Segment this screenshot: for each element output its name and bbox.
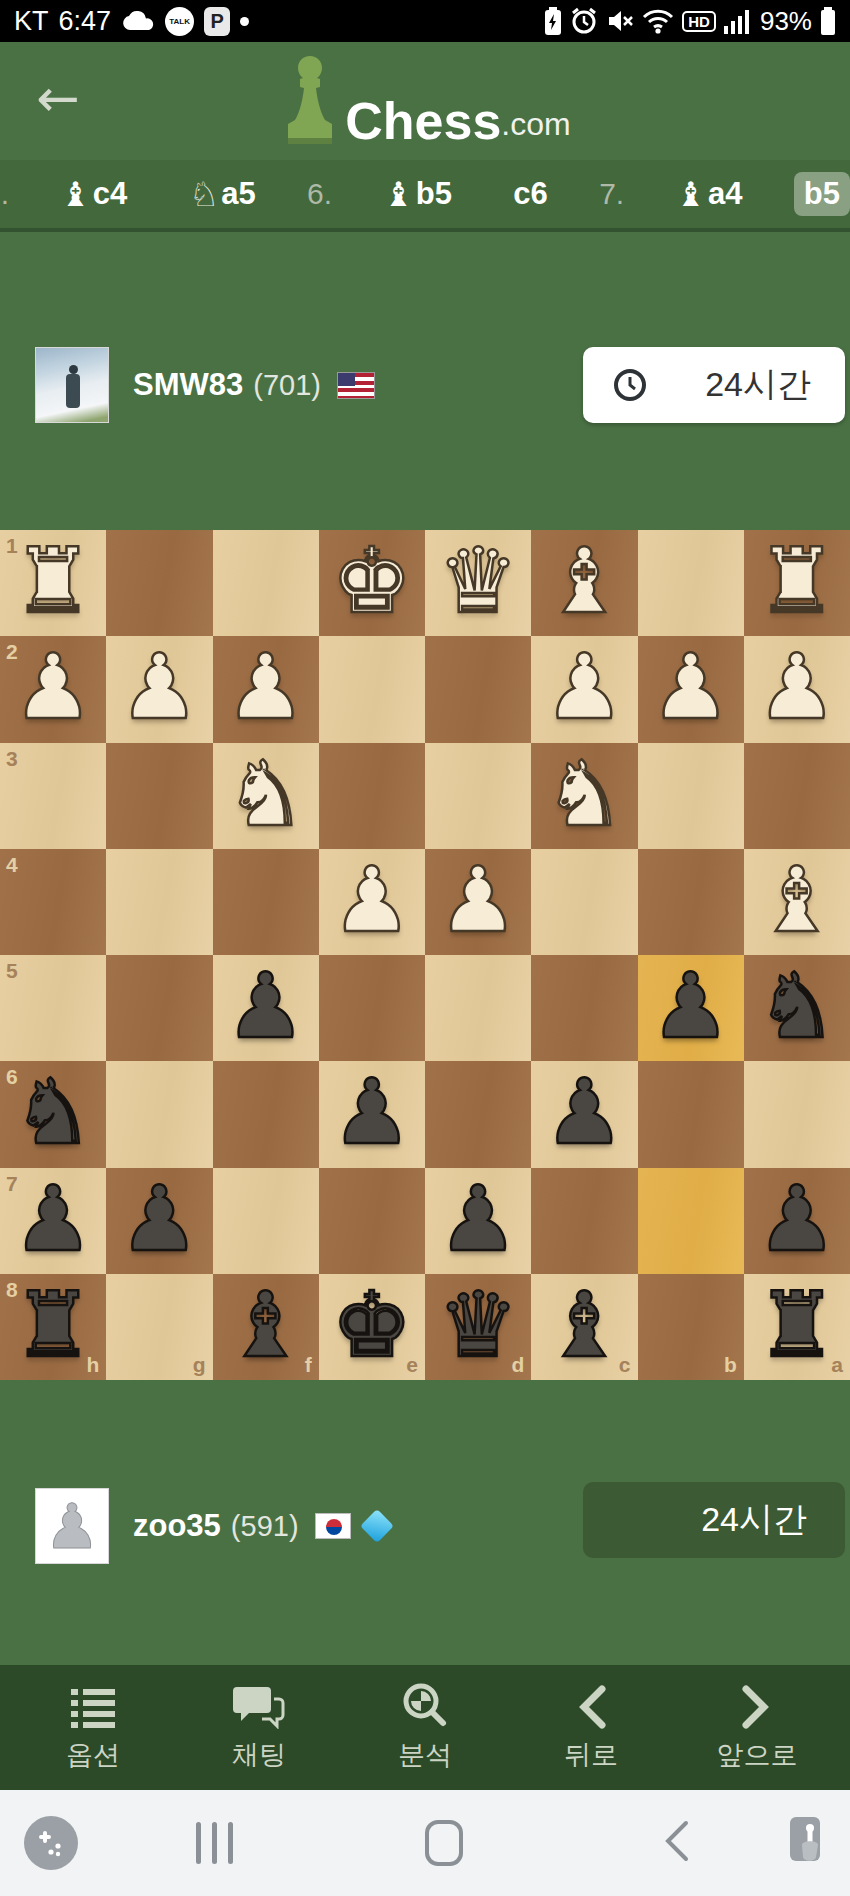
white-pawn-piece[interactable]: ♟	[650, 642, 731, 732]
options-button[interactable]: 옵션	[23, 1683, 163, 1773]
square-h3[interactable]: 3	[0, 743, 106, 849]
battery-icon	[820, 7, 836, 35]
top-player-timer: 24시간	[583, 347, 845, 423]
square-c6[interactable]: ♟	[531, 1061, 637, 1167]
square-b2[interactable]: ♟	[638, 636, 744, 742]
bottom-player-name[interactable]: zoo35	[133, 1508, 221, 1544]
white-bishop-piece[interactable]: ♝	[544, 536, 625, 626]
black-pawn-piece[interactable]: ♟	[544, 1067, 625, 1157]
square-g5[interactable]	[106, 955, 212, 1061]
game-toolbar: 옵션 채팅 분석 뒤로 앞으로	[0, 1665, 850, 1790]
white-king-piece[interactable]: ♚	[332, 536, 413, 626]
square-e3[interactable]	[319, 743, 425, 849]
white-knight-piece[interactable]: ♞	[225, 749, 306, 839]
file-label: g	[193, 1353, 206, 1377]
square-a1[interactable]: ♜	[744, 530, 850, 636]
black-king-piece[interactable]: ♚	[332, 1280, 413, 1370]
black-knight-piece[interactable]: ♞	[757, 961, 838, 1051]
square-c7[interactable]	[531, 1168, 637, 1274]
square-h8[interactable]: 8h♜	[0, 1274, 106, 1380]
square-h2[interactable]: 2♟	[0, 636, 106, 742]
rank-label: 4	[6, 853, 18, 877]
square-h4[interactable]: 4	[0, 849, 106, 955]
logo-suffix: .com	[501, 106, 570, 146]
square-a3[interactable]	[744, 743, 850, 849]
square-h6[interactable]: 6♞	[0, 1061, 106, 1167]
us-flag-icon	[337, 372, 375, 399]
p-app-icon: P	[204, 7, 230, 36]
square-g3[interactable]	[106, 743, 212, 849]
square-d8[interactable]: d♛	[425, 1274, 531, 1380]
bottom-player-rating: (591)	[231, 1510, 299, 1543]
chat-icon	[233, 1683, 285, 1729]
bottom-player-avatar[interactable]: ♟	[35, 1488, 109, 1564]
square-d1[interactable]: ♛	[425, 530, 531, 636]
analysis-button[interactable]: 분석	[355, 1683, 495, 1773]
square-b3[interactable]	[638, 743, 744, 849]
square-g2[interactable]: ♟	[106, 636, 212, 742]
bottom-player-area: ♟ zoo35 (591) 24시간	[0, 1380, 850, 1665]
square-c3[interactable]: ♞	[531, 743, 637, 849]
top-player-avatar[interactable]	[35, 347, 109, 423]
battery-percent-label: 93%	[760, 6, 812, 37]
square-e8[interactable]: e♚	[319, 1274, 425, 1380]
square-c1[interactable]: ♝	[531, 530, 637, 636]
black-knight-piece[interactable]: ♞	[13, 1067, 94, 1157]
diamond-membership-icon	[360, 1509, 394, 1543]
square-e5[interactable]	[319, 955, 425, 1061]
top-player-rating: (701)	[253, 369, 321, 402]
square-f7[interactable]	[213, 1168, 319, 1274]
alarm-icon	[570, 7, 598, 35]
square-f6[interactable]	[213, 1061, 319, 1167]
square-f2[interactable]: ♟	[213, 636, 319, 742]
black-pawn-piece[interactable]: ♟	[757, 1174, 838, 1264]
white-queen-piece[interactable]: ♛	[438, 536, 519, 626]
white-pawn-piece[interactable]: ♟	[119, 642, 200, 732]
square-d6[interactable]	[425, 1061, 531, 1167]
move-number: 7.	[599, 177, 624, 211]
notification-dot-icon	[240, 17, 249, 26]
move-number: 6.	[307, 177, 332, 211]
white-pawn-piece[interactable]: ♟	[438, 855, 519, 945]
carrier-label: KT	[14, 6, 49, 37]
bishop-figurine-icon: ♝	[383, 174, 413, 214]
black-bishop-piece[interactable]: ♝	[225, 1280, 306, 1370]
file-label: b	[724, 1353, 737, 1377]
square-a2[interactable]: ♟	[744, 636, 850, 742]
game-launcher-icon[interactable]	[24, 1816, 78, 1870]
knight-figurine-icon: ♘	[189, 174, 219, 214]
options-list-icon	[71, 1683, 115, 1729]
rank-label: 5	[6, 959, 18, 983]
chat-button[interactable]: 채팅	[189, 1683, 329, 1773]
square-b1[interactable]	[638, 530, 744, 636]
square-f5[interactable]: ♟	[213, 955, 319, 1061]
square-g4[interactable]	[106, 849, 212, 955]
logo-text: Chess	[345, 97, 501, 146]
black-rook-piece[interactable]: ♜	[757, 1280, 838, 1370]
square-h1[interactable]: 1♜	[0, 530, 106, 636]
bishop-figurine-icon: ♝	[675, 174, 705, 214]
move-a5[interactable]: ♘a5	[179, 170, 266, 218]
square-b7[interactable]	[638, 1168, 744, 1274]
wifi-icon	[642, 7, 674, 35]
move-forward-button[interactable]: 앞으로	[687, 1683, 827, 1773]
square-f4[interactable]	[213, 849, 319, 955]
square-g8[interactable]: g	[106, 1274, 212, 1380]
logo-pawn-icon	[279, 54, 341, 146]
black-queen-piece[interactable]: ♛	[438, 1280, 519, 1370]
signal-bars-icon	[724, 8, 752, 34]
clock-time: 6:47	[59, 6, 112, 37]
square-a4[interactable]: ♝	[744, 849, 850, 955]
kakaotalk-icon: TALK	[165, 7, 194, 36]
black-rook-piece[interactable]: ♜	[13, 1280, 94, 1370]
status-bar: KT 6:47 TALK P HD 93%	[0, 0, 850, 42]
cloud-icon	[121, 9, 155, 33]
square-f3[interactable]: ♞	[213, 743, 319, 849]
white-pawn-piece[interactable]: ♟	[332, 855, 413, 945]
black-pawn-piece[interactable]: ♟	[650, 961, 731, 1051]
square-b8[interactable]: b	[638, 1274, 744, 1380]
square-e7[interactable]	[319, 1168, 425, 1274]
battery-charging-icon	[544, 7, 562, 35]
square-g6[interactable]	[106, 1061, 212, 1167]
square-d2[interactable]	[425, 636, 531, 742]
square-d5[interactable]	[425, 955, 531, 1061]
move-c6[interactable]: c6	[503, 172, 557, 216]
chevron-right-icon	[742, 1683, 772, 1729]
square-f8[interactable]: f♝	[213, 1274, 319, 1380]
white-pawn-piece[interactable]: ♟	[225, 642, 306, 732]
square-b5[interactable]: ♟	[638, 955, 744, 1061]
square-c5[interactable]	[531, 955, 637, 1061]
square-d7[interactable]: ♟	[425, 1168, 531, 1274]
square-d3[interactable]	[425, 743, 531, 849]
top-player-name[interactable]: SMW83	[133, 367, 243, 403]
square-h7[interactable]: 7♟	[0, 1168, 106, 1274]
mute-icon	[606, 7, 634, 35]
white-pawn-piece[interactable]: ♟	[13, 642, 94, 732]
square-a8[interactable]: a♜	[744, 1274, 850, 1380]
android-navigation-bar	[0, 1790, 850, 1896]
recents-button[interactable]	[196, 1822, 233, 1864]
top-player-area: SMW83 (701) 24시간	[0, 232, 850, 530]
white-rook-piece[interactable]: ♜	[757, 536, 838, 626]
move-c4[interactable]: ♝c4	[50, 170, 137, 218]
move-a4[interactable]: ♝a4	[665, 170, 752, 218]
black-bishop-piece[interactable]: ♝	[544, 1280, 625, 1370]
square-a6[interactable]	[744, 1061, 850, 1167]
top-timer-value: 24시간	[705, 362, 811, 408]
analysis-icon	[401, 1683, 449, 1729]
square-h5[interactable]: 5	[0, 955, 106, 1061]
move-list-bar[interactable]: 5.♝c4♘a56.♝b5c67.♝a4b5	[0, 160, 850, 232]
square-e4[interactable]: ♟	[319, 849, 425, 955]
square-e2[interactable]	[319, 636, 425, 742]
chesscom-mobile-screen: { "game": "chess", "position": { "fen": …	[0, 0, 850, 1896]
black-pawn-piece[interactable]: ♟	[119, 1174, 200, 1264]
black-pawn-piece[interactable]: ♟	[438, 1174, 519, 1264]
move-b5[interactable]: ♝b5	[373, 170, 462, 218]
home-button[interactable]	[425, 1820, 463, 1866]
square-b6[interactable]	[638, 1061, 744, 1167]
white-rook-piece[interactable]: ♜	[13, 536, 94, 626]
square-g7[interactable]: ♟	[106, 1168, 212, 1274]
white-knight-piece[interactable]: ♞	[544, 749, 625, 839]
clock-icon	[613, 368, 647, 402]
system-back-button[interactable]	[663, 1819, 689, 1867]
square-c8[interactable]: c♝	[531, 1274, 637, 1380]
move-number: 5.	[0, 177, 9, 211]
bishop-figurine-icon: ♝	[60, 174, 90, 214]
move-b5-active[interactable]: b5	[794, 172, 850, 216]
chess-board[interactable]: 1♜♚♛♝♜2♟♟♟♟♟♟3♞♞4♟♟♝5♟♟♞6♞♟♟7♟♟♟♟8h♜gf♝e…	[0, 530, 850, 1380]
hd-badge: HD	[682, 11, 716, 32]
rank-label: 3	[6, 747, 18, 771]
square-a5[interactable]: ♞	[744, 955, 850, 1061]
move-back-button[interactable]: 뒤로	[521, 1683, 661, 1773]
square-c2[interactable]: ♟	[531, 636, 637, 742]
app-header: ← Chess .com	[0, 42, 850, 160]
square-b4[interactable]	[638, 849, 744, 955]
gesture-hint-icon[interactable]	[786, 1815, 830, 1871]
square-e6[interactable]: ♟	[319, 1061, 425, 1167]
kr-flag-icon	[315, 1513, 351, 1539]
white-bishop-piece[interactable]: ♝	[757, 855, 838, 945]
black-pawn-piece[interactable]: ♟	[225, 961, 306, 1051]
bottom-player-timer: 24시간	[583, 1482, 845, 1558]
bottom-timer-value: 24시간	[701, 1497, 807, 1543]
white-pawn-piece[interactable]: ♟	[757, 642, 838, 732]
square-g1[interactable]	[106, 530, 212, 636]
white-pawn-piece[interactable]: ♟	[544, 642, 625, 732]
square-d4[interactable]: ♟	[425, 849, 531, 955]
square-f1[interactable]	[213, 530, 319, 636]
square-e1[interactable]: ♚	[319, 530, 425, 636]
chevron-left-icon	[576, 1683, 606, 1729]
black-pawn-piece[interactable]: ♟	[332, 1067, 413, 1157]
chesscom-logo: Chess .com	[0, 56, 850, 146]
black-pawn-piece[interactable]: ♟	[13, 1174, 94, 1264]
square-a7[interactable]: ♟	[744, 1168, 850, 1274]
square-c4[interactable]	[531, 849, 637, 955]
